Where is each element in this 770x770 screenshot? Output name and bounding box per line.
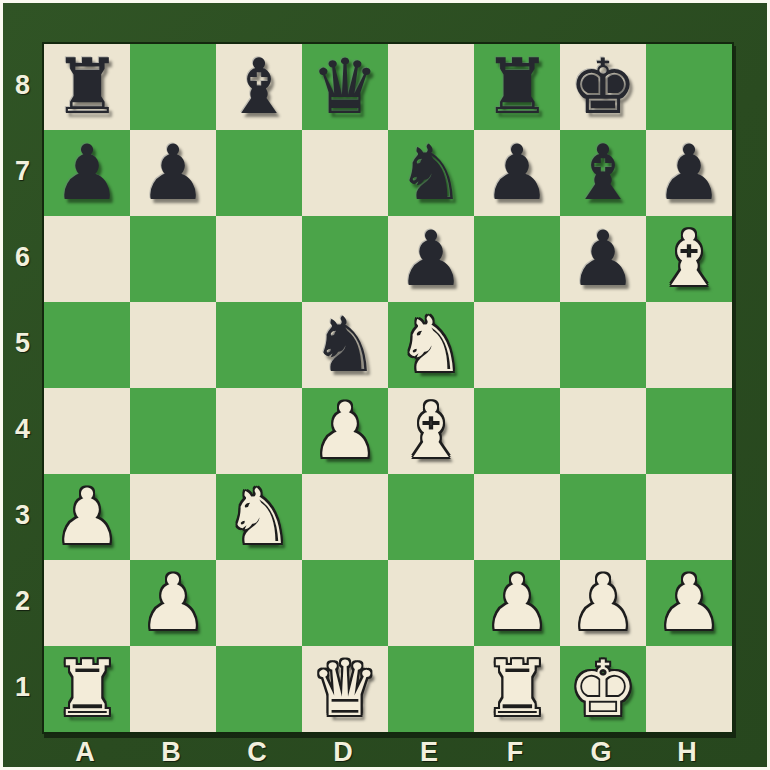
file-label-c: C: [214, 732, 300, 770]
square-f5[interactable]: [474, 302, 560, 388]
file-label-b: B: [128, 732, 214, 770]
square-c5[interactable]: [216, 302, 302, 388]
square-a5[interactable]: [44, 302, 130, 388]
square-f7[interactable]: ♟: [474, 130, 560, 216]
piece-black-knight: ♞: [397, 130, 465, 216]
square-g2[interactable]: ♟: [560, 560, 646, 646]
square-g5[interactable]: [560, 302, 646, 388]
square-d1[interactable]: ♛: [302, 646, 388, 732]
square-b1[interactable]: [130, 646, 216, 732]
piece-white-queen: ♛: [311, 646, 379, 732]
square-b3[interactable]: [130, 474, 216, 560]
piece-black-pawn: ♟: [655, 130, 723, 216]
square-a7[interactable]: ♟: [44, 130, 130, 216]
square-b4[interactable]: [130, 388, 216, 474]
chess-board-frame: 87654321 ♜♝♛♜♚♟♟♞♟♝♟♟♟♝♞♞♟♝♟♞♟♟♟♟♜♛♜♚ AB…: [0, 0, 770, 770]
piece-white-king: ♚: [569, 646, 637, 732]
square-g3[interactable]: [560, 474, 646, 560]
square-f3[interactable]: [474, 474, 560, 560]
piece-black-rook: ♜: [483, 44, 551, 130]
square-c6[interactable]: [216, 216, 302, 302]
rank-label-2: 2: [3, 558, 42, 644]
piece-white-rook: ♜: [53, 646, 121, 732]
rank-label-7: 7: [3, 128, 42, 214]
square-b6[interactable]: [130, 216, 216, 302]
square-b5[interactable]: [130, 302, 216, 388]
file-label-h: H: [644, 732, 730, 770]
rank-labels: 87654321: [3, 42, 42, 730]
rank-label-3: 3: [3, 472, 42, 558]
square-d7[interactable]: [302, 130, 388, 216]
square-f4[interactable]: [474, 388, 560, 474]
square-d5[interactable]: ♞: [302, 302, 388, 388]
square-g7[interactable]: ♝: [560, 130, 646, 216]
square-h4[interactable]: [646, 388, 732, 474]
square-f6[interactable]: [474, 216, 560, 302]
square-c1[interactable]: [216, 646, 302, 732]
piece-black-bishop: ♝: [569, 130, 637, 216]
square-h6[interactable]: ♝: [646, 216, 732, 302]
square-d4[interactable]: ♟: [302, 388, 388, 474]
square-g1[interactable]: ♚: [560, 646, 646, 732]
piece-white-pawn: ♟: [655, 560, 723, 646]
piece-black-rook: ♜: [53, 44, 121, 130]
piece-white-pawn: ♟: [53, 474, 121, 560]
square-h5[interactable]: [646, 302, 732, 388]
square-g8[interactable]: ♚: [560, 44, 646, 130]
square-e6[interactable]: ♟: [388, 216, 474, 302]
square-a3[interactable]: ♟: [44, 474, 130, 560]
square-f2[interactable]: ♟: [474, 560, 560, 646]
square-d3[interactable]: [302, 474, 388, 560]
piece-white-pawn: ♟: [483, 560, 551, 646]
piece-black-pawn: ♟: [569, 216, 637, 302]
square-a6[interactable]: [44, 216, 130, 302]
square-g4[interactable]: [560, 388, 646, 474]
square-a8[interactable]: ♜: [44, 44, 130, 130]
square-c2[interactable]: [216, 560, 302, 646]
rank-label-1: 1: [3, 644, 42, 730]
file-label-a: A: [42, 732, 128, 770]
rank-label-8: 8: [3, 42, 42, 128]
piece-black-knight: ♞: [311, 302, 379, 388]
square-h8[interactable]: [646, 44, 732, 130]
piece-white-pawn: ♟: [569, 560, 637, 646]
square-e3[interactable]: [388, 474, 474, 560]
rank-label-6: 6: [3, 214, 42, 300]
square-h1[interactable]: [646, 646, 732, 732]
square-h2[interactable]: ♟: [646, 560, 732, 646]
piece-black-pawn: ♟: [53, 130, 121, 216]
square-c7[interactable]: [216, 130, 302, 216]
square-f1[interactable]: ♜: [474, 646, 560, 732]
square-a1[interactable]: ♜: [44, 646, 130, 732]
piece-black-queen: ♛: [311, 44, 379, 130]
file-label-e: E: [386, 732, 472, 770]
piece-white-knight: ♞: [225, 474, 293, 560]
square-a2[interactable]: [44, 560, 130, 646]
piece-white-bishop: ♝: [655, 216, 723, 302]
file-labels: ABCDEFGH: [42, 732, 730, 770]
square-b8[interactable]: [130, 44, 216, 130]
piece-black-pawn: ♟: [139, 130, 207, 216]
square-h7[interactable]: ♟: [646, 130, 732, 216]
square-b7[interactable]: ♟: [130, 130, 216, 216]
square-c3[interactable]: ♞: [216, 474, 302, 560]
square-e8[interactable]: [388, 44, 474, 130]
file-label-g: G: [558, 732, 644, 770]
square-h3[interactable]: [646, 474, 732, 560]
piece-black-pawn: ♟: [483, 130, 551, 216]
square-d6[interactable]: [302, 216, 388, 302]
square-e1[interactable]: [388, 646, 474, 732]
square-c4[interactable]: [216, 388, 302, 474]
chess-board: ♜♝♛♜♚♟♟♞♟♝♟♟♟♝♞♞♟♝♟♞♟♟♟♟♜♛♜♚: [42, 42, 734, 734]
square-g6[interactable]: ♟: [560, 216, 646, 302]
piece-white-pawn: ♟: [139, 560, 207, 646]
square-c8[interactable]: ♝: [216, 44, 302, 130]
rank-label-5: 5: [3, 300, 42, 386]
square-e2[interactable]: [388, 560, 474, 646]
piece-black-king: ♚: [569, 44, 637, 130]
square-b2[interactable]: ♟: [130, 560, 216, 646]
piece-white-bishop: ♝: [397, 388, 465, 474]
square-a4[interactable]: [44, 388, 130, 474]
piece-white-knight: ♞: [397, 302, 465, 388]
square-d8[interactable]: ♛: [302, 44, 388, 130]
square-d2[interactable]: [302, 560, 388, 646]
rank-label-4: 4: [3, 386, 42, 472]
file-label-f: F: [472, 732, 558, 770]
piece-white-pawn: ♟: [311, 388, 379, 474]
file-label-d: D: [300, 732, 386, 770]
square-e5[interactable]: ♞: [388, 302, 474, 388]
piece-black-pawn: ♟: [397, 216, 465, 302]
square-f8[interactable]: ♜: [474, 44, 560, 130]
square-e7[interactable]: ♞: [388, 130, 474, 216]
piece-black-bishop: ♝: [225, 44, 293, 130]
square-e4[interactable]: ♝: [388, 388, 474, 474]
piece-white-rook: ♜: [483, 646, 551, 732]
